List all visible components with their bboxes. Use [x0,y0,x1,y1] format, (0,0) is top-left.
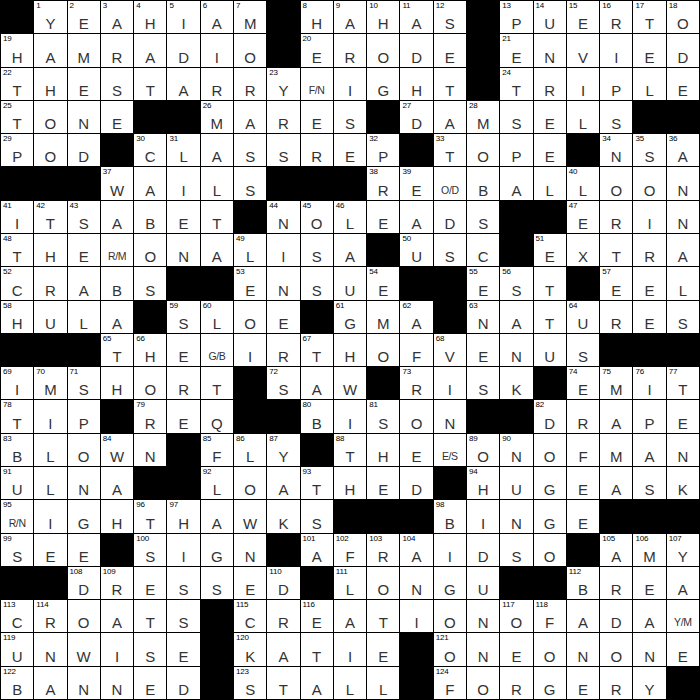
grid-cell[interactable]: 39E [400,167,432,199]
grid-cell[interactable]: Y [633,667,665,699]
grid-cell[interactable]: H [34,234,66,266]
grid-cell[interactable]: 85F [201,434,233,466]
grid-cell[interactable]: O [534,633,566,665]
grid-cell[interactable]: S [633,467,665,499]
grid-cell[interactable]: F/N [301,68,333,100]
grid-cell[interactable]: A [201,234,233,266]
grid-cell[interactable]: M [367,301,399,333]
grid-cell[interactable]: I [600,34,632,66]
grid-cell[interactable]: 72S [267,367,299,399]
grid-cell[interactable]: O [467,667,499,699]
grid-cell[interactable]: E [434,34,466,66]
grid-cell[interactable]: I [334,633,366,665]
grid-cell[interactable]: 5I [167,1,199,33]
grid-cell[interactable]: 65T [101,334,133,366]
grid-cell[interactable]: 108D [68,567,100,599]
grid-cell[interactable]: 69I [1,367,33,399]
grid-cell[interactable]: R [534,68,566,100]
grid-cell[interactable]: S [500,101,532,133]
grid-cell[interactable]: R [201,68,233,100]
grid-cell[interactable]: A [34,34,66,66]
grid-cell[interactable]: N [467,600,499,632]
grid-cell[interactable]: E [167,201,199,233]
grid-cell[interactable]: 30C [134,134,166,166]
grid-cell[interactable]: 16R [600,1,632,33]
grid-cell[interactable]: 84W [101,434,133,466]
grid-cell[interactable]: 26M [201,101,233,133]
grid-cell[interactable]: E [534,134,566,166]
grid-cell[interactable]: S [467,201,499,233]
grid-cell[interactable]: I [567,68,599,100]
grid-cell[interactable]: 55E [467,267,499,299]
grid-cell[interactable]: R [267,334,299,366]
grid-cell[interactable]: 31L [167,134,199,166]
grid-cell[interactable]: S [667,301,699,333]
grid-cell[interactable]: H [34,68,66,100]
grid-cell[interactable]: 11A [400,1,432,33]
grid-cell[interactable]: 123S [234,667,266,699]
grid-cell[interactable]: E/S [434,434,466,466]
grid-cell[interactable]: L [667,267,699,299]
grid-cell[interactable]: O [600,633,632,665]
grid-cell[interactable]: 103R [367,534,399,566]
grid-cell[interactable]: A [134,34,166,66]
grid-cell[interactable]: 4H [134,1,166,33]
grid-cell[interactable]: 17T [633,1,665,33]
grid-cell[interactable]: A [101,467,133,499]
grid-cell[interactable]: 41I [1,201,33,233]
grid-cell[interactable]: A [500,301,532,333]
grid-cell[interactable]: E [400,434,432,466]
grid-cell[interactable]: 9A [334,1,366,33]
grid-cell[interactable]: R [500,667,532,699]
grid-cell[interactable]: E [567,667,599,699]
grid-cell[interactable]: L [367,667,399,699]
grid-cell[interactable]: T [201,367,233,399]
grid-cell[interactable]: T [267,667,299,699]
grid-cell[interactable]: N [68,101,100,133]
grid-cell[interactable]: C [467,234,499,266]
grid-cell[interactable]: 27D [400,101,432,133]
grid-cell[interactable]: 80B [301,400,333,432]
grid-cell[interactable]: 34N [600,134,632,166]
grid-cell[interactable]: N [667,434,699,466]
grid-cell[interactable]: A [101,301,133,333]
grid-cell[interactable]: D [600,600,632,632]
grid-cell[interactable]: A [267,633,299,665]
grid-cell[interactable]: D [400,34,432,66]
grid-cell[interactable]: 19H [1,34,33,66]
grid-cell[interactable]: G [534,500,566,532]
grid-cell[interactable]: P [600,68,632,100]
grid-cell[interactable]: A [201,134,233,166]
grid-cell[interactable]: H [334,334,366,366]
grid-cell[interactable]: I [334,400,366,432]
grid-cell[interactable]: T [201,201,233,233]
grid-cell[interactable]: O [134,367,166,399]
grid-cell[interactable]: R [600,201,632,233]
grid-cell[interactable]: 66H [134,334,166,366]
grid-cell[interactable]: A [234,101,266,133]
grid-cell[interactable]: 49L [234,234,266,266]
grid-cell[interactable]: 60L [201,301,233,333]
grid-cell[interactable]: 110D [267,567,299,599]
grid-cell[interactable]: O [600,167,632,199]
grid-cell[interactable]: 35S [633,134,665,166]
grid-cell[interactable]: E [68,534,100,566]
grid-cell[interactable]: O [68,434,100,466]
grid-cell[interactable]: S [234,167,266,199]
grid-cell[interactable]: A [334,234,366,266]
grid-cell[interactable]: N [467,633,499,665]
grid-cell[interactable]: 6A [201,1,233,33]
grid-cell[interactable]: E [101,101,133,133]
grid-cell[interactable]: N [267,267,299,299]
grid-cell[interactable]: 75M [600,367,632,399]
grid-cell[interactable]: 13P [500,1,532,33]
grid-cell[interactable]: I [167,167,199,199]
grid-cell[interactable]: 81S [367,400,399,432]
grid-cell[interactable]: Q [201,400,233,432]
grid-cell[interactable]: A [600,400,632,432]
grid-cell[interactable]: M [600,434,632,466]
grid-cell[interactable]: R/M [101,234,133,266]
grid-cell[interactable]: P [68,400,100,432]
grid-cell[interactable]: W [234,500,266,532]
grid-cell[interactable]: X [567,234,599,266]
grid-cell[interactable]: D [467,534,499,566]
grid-cell[interactable]: H [367,434,399,466]
grid-cell[interactable]: E [234,567,266,599]
grid-cell[interactable]: F [567,434,599,466]
grid-cell[interactable]: N [667,167,699,199]
grid-cell[interactable]: I [334,68,366,100]
grid-cell[interactable]: 114R [34,600,66,632]
grid-cell[interactable]: E [667,68,699,100]
grid-cell[interactable]: 73R [400,367,432,399]
grid-cell[interactable]: L [68,301,100,333]
grid-cell[interactable]: O [234,301,266,333]
grid-cell[interactable]: 70M [34,367,66,399]
grid-cell[interactable]: 62A [400,301,432,333]
grid-cell[interactable]: 74E [567,367,599,399]
grid-cell[interactable]: L [567,101,599,133]
grid-cell[interactable]: 28M [467,101,499,133]
grid-cell[interactable]: B [101,267,133,299]
grid-cell[interactable]: R [600,667,632,699]
grid-cell[interactable]: L [34,467,66,499]
grid-cell[interactable]: 88T [334,434,366,466]
grid-cell[interactable]: S [567,334,599,366]
grid-cell[interactable]: E [367,633,399,665]
grid-cell[interactable]: 61G [334,301,366,333]
grid-cell[interactable]: H [101,500,133,532]
grid-cell[interactable]: 12S [434,1,466,33]
grid-cell[interactable]: 54E [367,267,399,299]
grid-cell[interactable]: R [567,400,599,432]
grid-cell[interactable]: E [667,400,699,432]
grid-cell[interactable]: 15E [567,1,599,33]
grid-cell[interactable]: 2E [68,1,100,33]
grid-cell[interactable]: N [567,633,599,665]
grid-cell[interactable]: O [467,134,499,166]
grid-cell[interactable]: 116E [301,600,333,632]
grid-cell[interactable]: 118F [534,600,566,632]
grid-cell[interactable]: R [267,101,299,133]
grid-cell[interactable]: N [101,667,133,699]
grid-cell[interactable]: N [167,234,199,266]
grid-cell[interactable]: 76I [633,367,665,399]
grid-cell[interactable]: E [167,400,199,432]
grid-cell[interactable]: 87Y [267,434,299,466]
grid-cell[interactable]: 91U [1,467,33,499]
grid-cell[interactable]: I [34,500,66,532]
grid-cell[interactable]: 25T [1,101,33,133]
grid-cell[interactable]: E [500,633,532,665]
grid-cell[interactable]: N [434,400,466,432]
grid-cell[interactable]: E [534,101,566,133]
grid-cell[interactable]: E [633,301,665,333]
grid-cell[interactable]: D [167,34,199,66]
grid-cell[interactable]: 22T [1,68,33,100]
grid-cell[interactable]: U [534,334,566,366]
grid-cell[interactable]: U [467,567,499,599]
grid-cell[interactable]: A [400,201,432,233]
grid-cell[interactable]: N [34,633,66,665]
grid-cell[interactable]: 115C [234,600,266,632]
grid-cell[interactable]: A [267,467,299,499]
grid-cell[interactable]: U [34,301,66,333]
grid-cell[interactable]: D [167,667,199,699]
grid-cell[interactable]: A [667,567,699,599]
grid-cell[interactable]: S [201,567,233,599]
grid-cell[interactable]: 90N [500,434,532,466]
grid-cell[interactable]: L [633,68,665,100]
grid-cell[interactable]: 7M [234,1,266,33]
grid-cell[interactable]: E [367,201,399,233]
grid-cell[interactable]: 71S [68,367,100,399]
grid-cell[interactable]: 112B [567,567,599,599]
grid-cell[interactable]: L [34,434,66,466]
grid-cell[interactable]: O [234,34,266,66]
grid-cell[interactable]: K [500,367,532,399]
grid-cell[interactable]: 89O [467,434,499,466]
grid-cell[interactable]: A [167,68,199,100]
grid-cell[interactable]: N [400,567,432,599]
grid-cell[interactable]: D [434,201,466,233]
grid-cell[interactable]: 37W [101,167,133,199]
grid-cell[interactable]: E [567,500,599,532]
grid-cell[interactable]: G [201,534,233,566]
grid-cell[interactable]: I [633,201,665,233]
grid-cell[interactable]: T [600,234,632,266]
grid-cell[interactable]: 63N [467,301,499,333]
grid-cell[interactable]: N [534,34,566,66]
grid-cell[interactable]: 46L [334,201,366,233]
grid-cell[interactable]: U [500,467,532,499]
grid-cell[interactable]: 38R [367,167,399,199]
grid-cell[interactable]: E [633,567,665,599]
grid-cell[interactable]: 79R [134,400,166,432]
grid-cell[interactable]: Y/M [667,600,699,632]
grid-cell[interactable]: S [267,134,299,166]
grid-cell[interactable]: O [234,467,266,499]
grid-cell[interactable]: 67T [301,334,333,366]
grid-cell[interactable]: S [500,534,532,566]
grid-cell[interactable]: 100S [134,534,166,566]
grid-cell[interactable]: O/D [434,167,466,199]
grid-cell[interactable]: O [633,167,665,199]
grid-cell[interactable]: 40L [567,167,599,199]
grid-cell[interactable]: 109R [101,567,133,599]
grid-cell[interactable]: 33T [434,134,466,166]
grid-cell[interactable]: U [334,267,366,299]
grid-cell[interactable]: N [134,434,166,466]
grid-cell[interactable]: S [334,101,366,133]
grid-cell[interactable]: I [467,500,499,532]
grid-cell[interactable]: 124F [434,667,466,699]
grid-cell[interactable]: 98B [434,500,466,532]
grid-cell[interactable]: 48T [1,234,33,266]
grid-cell[interactable]: 94H [467,467,499,499]
grid-cell[interactable]: E [467,334,499,366]
grid-cell[interactable]: 50U [400,234,432,266]
grid-cell[interactable]: S [434,234,466,266]
grid-cell[interactable]: 53E [234,267,266,299]
grid-cell[interactable]: 77T [667,367,699,399]
grid-cell[interactable]: 59S [167,301,199,333]
grid-cell[interactable]: T [301,633,333,665]
grid-cell[interactable]: 95R/N [1,500,33,532]
grid-cell[interactable]: N [500,500,532,532]
grid-cell[interactable]: A [334,600,366,632]
grid-cell[interactable]: 10H [367,1,399,33]
grid-cell[interactable]: A [68,267,100,299]
grid-cell[interactable]: I [201,34,233,66]
grid-cell[interactable]: W [68,633,100,665]
grid-cell[interactable]: R [234,68,266,100]
grid-cell[interactable]: I [167,534,199,566]
grid-cell[interactable]: A [301,367,333,399]
grid-cell[interactable]: 29P [1,134,33,166]
grid-cell[interactable]: I [101,633,133,665]
grid-cell[interactable]: 68V [434,334,466,366]
grid-cell[interactable]: O [367,334,399,366]
grid-cell[interactable]: O [34,134,66,166]
grid-cell[interactable]: 86L [234,434,266,466]
grid-cell[interactable]: N [68,467,100,499]
grid-cell[interactable]: 117O [500,600,532,632]
grid-cell[interactable]: I [34,400,66,432]
grid-cell[interactable]: G [434,567,466,599]
grid-cell[interactable]: T [534,301,566,333]
grid-cell[interactable]: S [301,234,333,266]
grid-cell[interactable]: E [134,567,166,599]
grid-cell[interactable]: G [534,467,566,499]
grid-cell[interactable]: 18O [667,1,699,33]
grid-cell[interactable]: B [134,201,166,233]
grid-cell[interactable]: G/B [201,334,233,366]
grid-cell[interactable]: H [334,467,366,499]
grid-cell[interactable]: F [400,334,432,366]
grid-cell[interactable]: 102F [334,534,366,566]
grid-cell[interactable]: O [367,567,399,599]
grid-cell[interactable]: 83B [1,434,33,466]
grid-cell[interactable]: N [633,633,665,665]
grid-cell[interactable]: A [301,667,333,699]
grid-cell[interactable]: S [301,500,333,532]
grid-cell[interactable]: E [267,301,299,333]
grid-cell[interactable]: A [201,500,233,532]
grid-cell[interactable]: 96T [134,500,166,532]
grid-cell[interactable]: N [234,534,266,566]
grid-cell[interactable]: D [400,467,432,499]
grid-cell[interactable]: 23Y [267,68,299,100]
grid-cell[interactable]: 20E [301,34,333,66]
grid-cell[interactable]: 24T [500,68,532,100]
grid-cell[interactable]: 82D [534,400,566,432]
grid-cell[interactable]: A [134,167,166,199]
grid-cell[interactable]: R [633,234,665,266]
grid-cell[interactable]: 97H [167,500,199,532]
grid-cell[interactable]: 101A [301,534,333,566]
grid-cell[interactable]: A [633,434,665,466]
grid-cell[interactable]: N [667,201,699,233]
grid-cell[interactable]: M [68,34,100,66]
grid-cell[interactable]: O [400,400,432,432]
grid-cell[interactable]: S [167,600,199,632]
grid-cell[interactable]: P [500,134,532,166]
grid-cell[interactable]: S [234,134,266,166]
grid-cell[interactable]: L [534,167,566,199]
grid-cell[interactable]: I [434,367,466,399]
grid-cell[interactable]: E [633,34,665,66]
grid-cell[interactable]: T [534,267,566,299]
grid-cell[interactable]: 3A [101,1,133,33]
grid-cell[interactable]: A [667,234,699,266]
grid-cell[interactable]: R [600,301,632,333]
grid-cell[interactable]: E [167,334,199,366]
grid-cell[interactable]: 99S [1,534,33,566]
grid-cell[interactable]: R [101,34,133,66]
grid-cell[interactable]: 93T [301,467,333,499]
grid-cell[interactable]: 32P [367,134,399,166]
grid-cell[interactable]: 120K [234,633,266,665]
grid-cell[interactable]: T [367,600,399,632]
grid-cell[interactable]: 14U [534,1,566,33]
grid-cell[interactable]: 21E [500,34,532,66]
grid-cell[interactable]: 121O [434,633,466,665]
grid-cell[interactable]: A [101,201,133,233]
grid-cell[interactable]: E [301,101,333,133]
grid-cell[interactable]: O [534,434,566,466]
grid-cell[interactable]: N [68,667,100,699]
grid-cell[interactable]: 45O [301,201,333,233]
grid-cell[interactable]: 111L [334,567,366,599]
grid-cell[interactable]: R [301,134,333,166]
grid-cell[interactable]: 51E [534,234,566,266]
grid-cell[interactable]: W [334,367,366,399]
grid-cell[interactable]: O [134,234,166,266]
grid-cell[interactable]: H [101,367,133,399]
grid-cell[interactable]: T [434,68,466,100]
grid-cell[interactable]: D [667,34,699,66]
grid-cell[interactable]: A [434,101,466,133]
grid-cell[interactable]: S [301,267,333,299]
grid-cell[interactable]: R [334,34,366,66]
grid-cell[interactable]: E [134,667,166,699]
grid-cell[interactable]: 43S [68,201,100,233]
